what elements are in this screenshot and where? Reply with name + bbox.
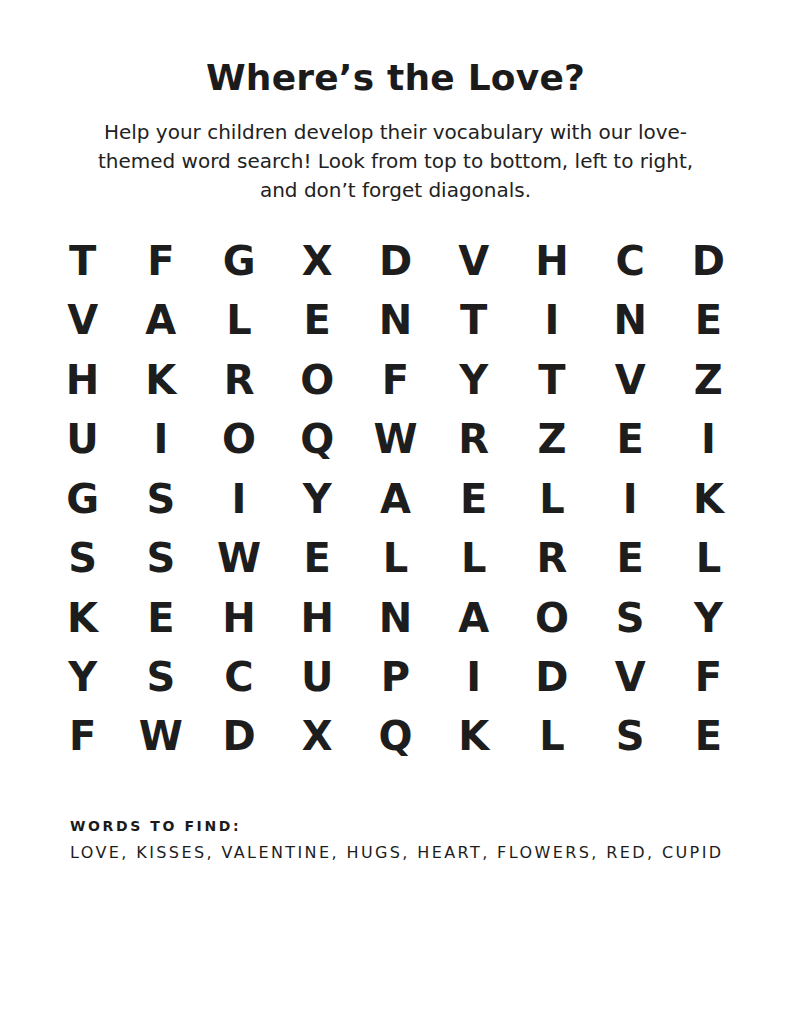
grid-cell-r9c4[interactable]: X — [278, 707, 356, 766]
page-title: Where’s the Love? — [0, 56, 791, 99]
worksheet-page: Where’s the Love? Help your children dev… — [0, 0, 791, 1024]
grid-cell-r6c3[interactable]: W — [200, 528, 278, 587]
grid-cell-r7c1[interactable]: K — [44, 588, 122, 647]
grid-cell-r2c5[interactable]: N — [356, 291, 434, 350]
grid-cell-r5c1[interactable]: G — [44, 469, 122, 528]
grid-cell-r3c1[interactable]: H — [44, 350, 122, 409]
grid-cell-r7c6[interactable]: A — [435, 588, 513, 647]
grid-cell-r7c7[interactable]: O — [513, 588, 591, 647]
grid-cell-r3c6[interactable]: Y — [435, 350, 513, 409]
grid-cell-r3c5[interactable]: F — [356, 350, 434, 409]
words-list: LOVE, KISSES, VALENTINE, HUGS, HEART, FL… — [70, 843, 791, 862]
grid-cell-r1c9[interactable]: D — [669, 231, 747, 290]
grid-cell-r6c1[interactable]: S — [44, 528, 122, 587]
grid-cell-r1c7[interactable]: H — [513, 231, 591, 290]
grid-cell-r5c5[interactable]: A — [356, 469, 434, 528]
grid-cell-r9c2[interactable]: W — [122, 707, 200, 766]
grid-cell-r3c7[interactable]: T — [513, 350, 591, 409]
grid-cell-r1c2[interactable]: F — [122, 231, 200, 290]
instructions-line-3: and don’t forget diagonals. — [0, 176, 791, 205]
grid-cell-r3c8[interactable]: V — [591, 350, 669, 409]
instructions: Help your children develop their vocabul… — [0, 118, 791, 205]
words-to-find-section: WORDS TO FIND: LOVE, KISSES, VALENTINE, … — [70, 818, 791, 862]
grid-cell-r2c8[interactable]: N — [591, 291, 669, 350]
grid-cell-r2c2[interactable]: A — [122, 291, 200, 350]
grid-cell-r8c1[interactable]: Y — [44, 647, 122, 706]
grid-cell-r6c8[interactable]: E — [591, 528, 669, 587]
grid-cell-r7c8[interactable]: S — [591, 588, 669, 647]
grid-cell-r4c1[interactable]: U — [44, 410, 122, 469]
grid-cell-r5c6[interactable]: E — [435, 469, 513, 528]
grid-cell-r2c9[interactable]: E — [669, 291, 747, 350]
grid-cell-r1c4[interactable]: X — [278, 231, 356, 290]
header: Where’s the Love? Help your children dev… — [0, 0, 791, 205]
grid-cell-r7c2[interactable]: E — [122, 588, 200, 647]
grid-cell-r8c8[interactable]: V — [591, 647, 669, 706]
grid-cell-r2c4[interactable]: E — [278, 291, 356, 350]
grid-cell-r6c7[interactable]: R — [513, 528, 591, 587]
grid-cell-r8c5[interactable]: P — [356, 647, 434, 706]
grid-cell-r8c7[interactable]: D — [513, 647, 591, 706]
grid-cell-r7c4[interactable]: H — [278, 588, 356, 647]
grid-cell-r6c2[interactable]: S — [122, 528, 200, 587]
grid-cell-r5c3[interactable]: I — [200, 469, 278, 528]
words-to-find-label: WORDS TO FIND: — [70, 818, 791, 834]
grid-cell-r2c7[interactable]: I — [513, 291, 591, 350]
grid-cell-r4c4[interactable]: Q — [278, 410, 356, 469]
instructions-line-2: themed word search! Look from top to bot… — [0, 147, 791, 176]
grid-cell-r9c3[interactable]: D — [200, 707, 278, 766]
grid-cell-r4c9[interactable]: I — [669, 410, 747, 469]
grid-cell-r3c2[interactable]: K — [122, 350, 200, 409]
grid-cell-r4c6[interactable]: R — [435, 410, 513, 469]
grid-cell-r2c1[interactable]: V — [44, 291, 122, 350]
grid-cell-r6c4[interactable]: E — [278, 528, 356, 587]
grid-cell-r5c4[interactable]: Y — [278, 469, 356, 528]
grid-cell-r6c5[interactable]: L — [356, 528, 434, 587]
wordsearch-grid: TFGXDVHCDVALENTINEHKROFYTVZUIOQWRZEIGSIY… — [44, 231, 748, 766]
grid-cell-r5c2[interactable]: S — [122, 469, 200, 528]
grid-cell-r5c9[interactable]: K — [669, 469, 747, 528]
grid-cell-r9c7[interactable]: L — [513, 707, 591, 766]
grid-cell-r5c8[interactable]: I — [591, 469, 669, 528]
grid-cell-r2c6[interactable]: T — [435, 291, 513, 350]
grid-cell-r7c9[interactable]: Y — [669, 588, 747, 647]
grid-cell-r4c3[interactable]: O — [200, 410, 278, 469]
grid-cell-r2c3[interactable]: L — [200, 291, 278, 350]
grid-cell-r8c3[interactable]: C — [200, 647, 278, 706]
grid-cell-r1c3[interactable]: G — [200, 231, 278, 290]
grid-cell-r6c6[interactable]: L — [435, 528, 513, 587]
grid-cell-r3c4[interactable]: O — [278, 350, 356, 409]
grid-cell-r5c7[interactable]: L — [513, 469, 591, 528]
grid-cell-r9c8[interactable]: S — [591, 707, 669, 766]
grid-cell-r8c9[interactable]: F — [669, 647, 747, 706]
grid-cell-r9c6[interactable]: K — [435, 707, 513, 766]
grid-cell-r9c9[interactable]: E — [669, 707, 747, 766]
grid-cell-r1c6[interactable]: V — [435, 231, 513, 290]
grid-cell-r4c5[interactable]: W — [356, 410, 434, 469]
grid-cell-r7c3[interactable]: H — [200, 588, 278, 647]
grid-cell-r4c7[interactable]: Z — [513, 410, 591, 469]
grid-cell-r9c5[interactable]: Q — [356, 707, 434, 766]
grid-cell-r1c1[interactable]: T — [44, 231, 122, 290]
grid-cell-r9c1[interactable]: F — [44, 707, 122, 766]
grid-cell-r8c6[interactable]: I — [435, 647, 513, 706]
grid-cell-r4c8[interactable]: E — [591, 410, 669, 469]
grid-cell-r6c9[interactable]: L — [669, 528, 747, 587]
grid-cell-r3c3[interactable]: R — [200, 350, 278, 409]
grid-cell-r3c9[interactable]: Z — [669, 350, 747, 409]
grid-cell-r1c5[interactable]: D — [356, 231, 434, 290]
grid-cell-r8c2[interactable]: S — [122, 647, 200, 706]
grid-cell-r7c5[interactable]: N — [356, 588, 434, 647]
grid-cell-r4c2[interactable]: I — [122, 410, 200, 469]
grid-cell-r8c4[interactable]: U — [278, 647, 356, 706]
instructions-line-1: Help your children develop their vocabul… — [0, 118, 791, 147]
grid-cell-r1c8[interactable]: C — [591, 231, 669, 290]
